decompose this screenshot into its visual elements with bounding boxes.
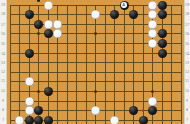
black-stone	[158, 29, 167, 38]
row-label-right: 18	[184, 13, 190, 17]
row-label-left: 18	[0, 13, 6, 17]
white-stone	[110, 116, 119, 124]
white-stone	[148, 97, 157, 106]
row-label-left: 16	[0, 32, 6, 36]
row-label-left: 7	[0, 118, 6, 122]
black-stone	[44, 87, 53, 96]
black-stone	[44, 29, 53, 38]
black-stone: A	[120, 1, 129, 10]
black-stone	[25, 49, 34, 58]
black-stone	[110, 10, 119, 19]
row-label-right: 12	[184, 70, 190, 74]
black-stone	[34, 116, 43, 124]
row-label-right: 11	[184, 80, 190, 84]
last-move-red-dot	[142, 109, 145, 112]
row-label-right: 14	[184, 51, 190, 55]
white-stone	[148, 10, 157, 19]
black-stone	[158, 49, 167, 58]
row-label-right: 15	[184, 42, 190, 46]
black-stone	[148, 106, 157, 115]
row-label-left: 14	[0, 51, 6, 55]
white-stone	[25, 106, 34, 115]
black-stone	[129, 10, 138, 19]
row-label-right: 16	[184, 32, 190, 36]
grid-line	[10, 62, 182, 63]
white-stone	[44, 1, 53, 10]
white-stone	[53, 20, 62, 29]
white-stone	[148, 20, 157, 29]
black-stone	[34, 20, 43, 29]
black-stone	[158, 39, 167, 48]
go-board-screenshot: A191817161514131211109871918171615141312…	[0, 0, 190, 124]
white-stone	[91, 10, 100, 19]
black-stone	[158, 10, 167, 19]
row-label-left: 10	[0, 90, 6, 94]
star-point	[94, 90, 97, 93]
row-label-left: 9	[0, 99, 6, 103]
white-stone	[25, 77, 34, 86]
grid-line	[10, 81, 182, 82]
black-stone	[25, 10, 34, 19]
white-stone	[91, 106, 100, 115]
white-stone	[148, 39, 157, 48]
row-label-right: 8	[184, 109, 190, 113]
row-label-right: 13	[184, 61, 190, 65]
white-stone	[148, 29, 157, 38]
white-stone	[15, 116, 24, 124]
star-point	[151, 90, 154, 93]
row-label-right: 9	[184, 99, 190, 103]
row-label-left: 13	[0, 61, 6, 65]
row-label-left: 19	[0, 3, 6, 7]
row-label-left: 12	[0, 70, 6, 74]
row-label-right: 17	[184, 22, 190, 26]
black-stone	[25, 116, 34, 124]
row-label-left: 17	[0, 22, 6, 26]
white-stone	[53, 29, 62, 38]
white-stone	[44, 20, 53, 29]
star-point	[37, 90, 40, 93]
grid-line	[10, 72, 182, 73]
white-stone	[148, 1, 157, 10]
star-point	[37, 32, 40, 35]
black-stone	[129, 106, 138, 115]
grid-line	[10, 53, 182, 54]
row-label-left: 11	[0, 80, 6, 84]
letter-marker-a: A	[121, 2, 127, 8]
black-stone	[34, 106, 43, 115]
star-point	[94, 32, 97, 35]
row-label-right: 19	[184, 3, 190, 7]
row-label-right: 10	[184, 90, 190, 94]
black-stone	[139, 116, 148, 124]
row-label-left: 15	[0, 42, 6, 46]
black-stone	[158, 1, 167, 10]
row-label-left: 8	[0, 109, 6, 113]
black-stone	[44, 116, 53, 124]
row-label-right: 7	[184, 118, 190, 122]
white-stone	[25, 97, 34, 106]
cropped-stone-sliver	[37, 0, 40, 2]
